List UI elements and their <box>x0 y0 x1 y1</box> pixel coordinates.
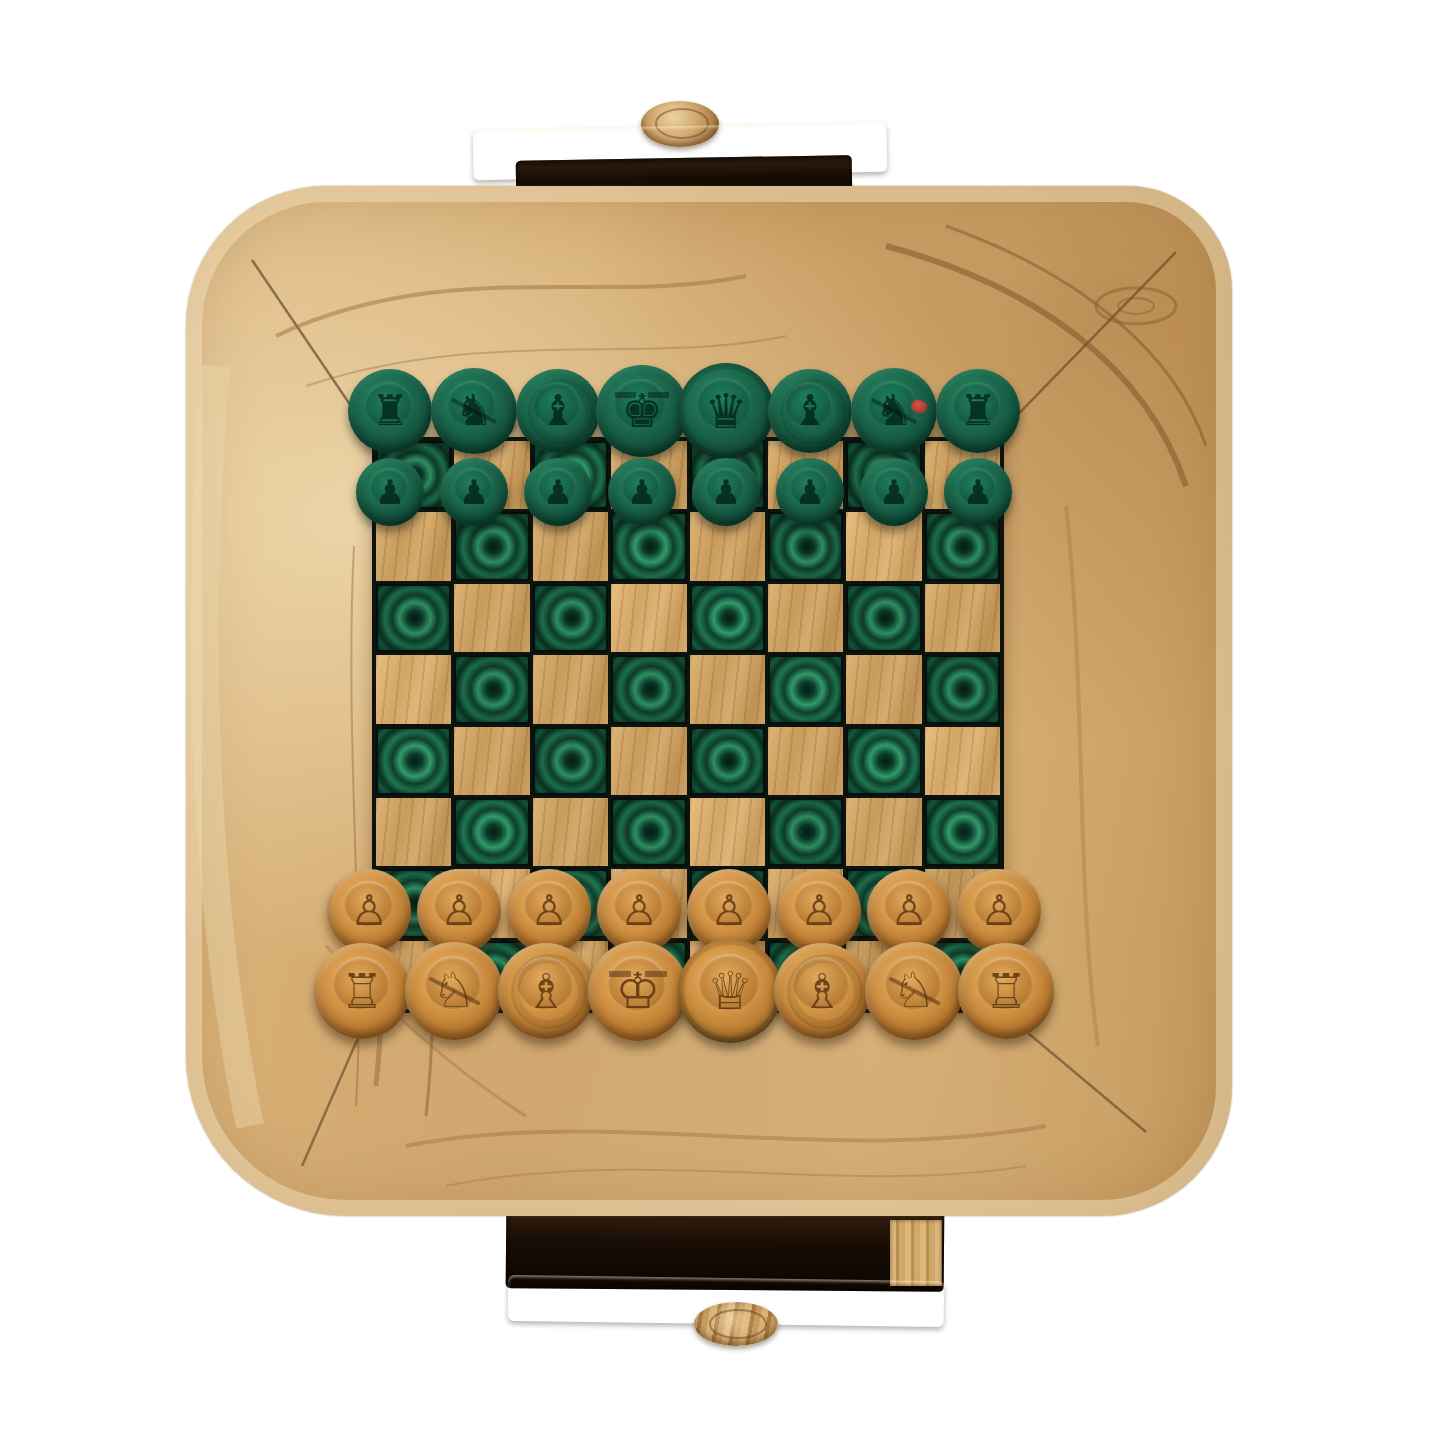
square-f6[interactable] <box>768 584 843 652</box>
pawn-glyph: ♟ <box>543 475 573 509</box>
pawn-glyph: ♟ <box>963 475 993 509</box>
green-queen-e8[interactable]: ♛ <box>678 363 774 459</box>
square-c3[interactable] <box>533 798 608 866</box>
wood-bishop-c1[interactable]: ♗ <box>498 943 594 1039</box>
bishop-glyph: ♗ <box>800 967 843 1015</box>
square-a3[interactable] <box>376 798 451 866</box>
green-pawn-h7[interactable]: ♟ <box>944 458 1012 526</box>
pawn-glyph: ♙ <box>980 890 1018 932</box>
wood-rook-h1[interactable]: ♖ <box>958 943 1054 1039</box>
wood-bishop-f1[interactable]: ♗ <box>774 943 870 1039</box>
pawn-glyph: ♙ <box>800 890 838 932</box>
square-a5[interactable] <box>376 655 451 723</box>
green-pawn-e7[interactable]: ♟ <box>692 458 760 526</box>
green-knight-g8[interactable]: ♞ <box>851 368 937 454</box>
square-g5[interactable] <box>846 655 921 723</box>
table-top: ♜♞♝♚♛♝♞♜♟♟♟♟♟♟♟♟♙♙♙♙♙♙♙♙♖♘♗♔♕♗♘♖ <box>186 186 1232 1216</box>
rook-glyph: ♖ <box>340 967 383 1015</box>
pawn-glyph: ♟ <box>627 475 657 509</box>
green-pawn-b7[interactable]: ♟ <box>440 458 508 526</box>
square-b6[interactable] <box>454 584 529 652</box>
square-f4[interactable] <box>768 727 843 795</box>
green-pawn-f7[interactable]: ♟ <box>776 458 844 526</box>
square-e4[interactable] <box>690 727 765 795</box>
square-d5[interactable] <box>611 655 686 723</box>
bishop-glyph: ♝ <box>539 390 577 432</box>
wood-knight-b1[interactable]: ♘ <box>405 942 503 1040</box>
square-b3[interactable] <box>454 798 529 866</box>
queen-glyph: ♕ <box>707 965 754 1017</box>
pawn-glyph: ♙ <box>440 890 478 932</box>
square-h5[interactable] <box>925 655 1000 723</box>
green-pawn-c7[interactable]: ♟ <box>524 458 592 526</box>
square-a4[interactable] <box>376 727 451 795</box>
pawn-glyph: ♟ <box>459 475 489 509</box>
square-g6[interactable] <box>846 584 921 652</box>
knight-glyph: ♘ <box>432 966 476 1015</box>
square-d3[interactable] <box>611 798 686 866</box>
wood-pawn-h2[interactable]: ♙ <box>957 869 1041 953</box>
square-h3[interactable] <box>925 798 1000 866</box>
square-b5[interactable] <box>454 655 529 723</box>
wood-pawn-a2[interactable]: ♙ <box>327 869 411 953</box>
green-knight-b8[interactable]: ♞ <box>431 368 517 454</box>
photo-canvas: ♜♞♝♚♛♝♞♜♟♟♟♟♟♟♟♟♙♙♙♙♙♙♙♙♖♘♗♔♕♗♘♖ <box>0 0 1445 1445</box>
square-e5[interactable] <box>690 655 765 723</box>
square-d4[interactable] <box>611 727 686 795</box>
bishop-glyph: ♗ <box>524 967 567 1015</box>
green-bishop-c8[interactable]: ♝ <box>516 369 600 453</box>
bottom-drawer-knob[interactable] <box>694 1302 778 1346</box>
queen-glyph: ♛ <box>704 387 747 435</box>
square-g3[interactable] <box>846 798 921 866</box>
square-d6[interactable] <box>611 584 686 652</box>
square-e6[interactable] <box>690 584 765 652</box>
green-pawn-d7[interactable]: ♟ <box>608 458 676 526</box>
square-c6[interactable] <box>533 584 608 652</box>
green-king-d8[interactable]: ♚ <box>596 365 688 457</box>
knight-glyph: ♞ <box>455 389 494 432</box>
square-h4[interactable] <box>925 727 1000 795</box>
wood-pawn-f2[interactable]: ♙ <box>777 869 861 953</box>
king-glyph: ♔ <box>616 966 661 1016</box>
green-rook-h8[interactable]: ♜ <box>936 369 1020 453</box>
pawn-glyph: ♙ <box>620 890 658 932</box>
square-a6[interactable] <box>376 584 451 652</box>
wood-pawn-b2[interactable]: ♙ <box>417 869 501 953</box>
king-glyph: ♚ <box>621 388 662 434</box>
wood-king-d1[interactable]: ♔ <box>588 941 688 1041</box>
wood-pawn-c2[interactable]: ♙ <box>507 869 591 953</box>
knight-glyph: ♘ <box>892 966 936 1015</box>
wood-knight-g1[interactable]: ♘ <box>865 942 963 1040</box>
green-rook-a8[interactable]: ♜ <box>348 369 432 453</box>
square-c5[interactable] <box>533 655 608 723</box>
square-h6[interactable] <box>925 584 1000 652</box>
pawn-glyph: ♟ <box>375 475 405 509</box>
square-e3[interactable] <box>690 798 765 866</box>
wood-pawn-g2[interactable]: ♙ <box>867 869 951 953</box>
pawn-glyph: ♟ <box>795 475 825 509</box>
pawn-glyph: ♟ <box>711 475 741 509</box>
rook-glyph: ♜ <box>371 390 409 432</box>
green-bishop-f8[interactable]: ♝ <box>768 369 852 453</box>
bishop-glyph: ♝ <box>791 390 829 432</box>
square-c4[interactable] <box>533 727 608 795</box>
rook-glyph: ♖ <box>984 967 1027 1015</box>
wood-queen-e1[interactable]: ♕ <box>678 939 782 1043</box>
pawn-glyph: ♟ <box>879 475 909 509</box>
pawn-glyph: ♙ <box>890 890 928 932</box>
green-pawn-g7[interactable]: ♟ <box>860 458 928 526</box>
square-f3[interactable] <box>768 798 843 866</box>
wood-rook-a1[interactable]: ♖ <box>314 943 410 1039</box>
bottom-drawer-side-panel <box>890 1220 942 1286</box>
pawn-glyph: ♙ <box>530 890 568 932</box>
pawn-glyph: ♙ <box>350 890 388 932</box>
square-f5[interactable] <box>768 655 843 723</box>
square-g4[interactable] <box>846 727 921 795</box>
pawn-glyph: ♙ <box>710 890 748 932</box>
rook-glyph: ♜ <box>959 390 997 432</box>
knight-glyph: ♞ <box>875 389 914 432</box>
square-b4[interactable] <box>454 727 529 795</box>
green-pawn-a7[interactable]: ♟ <box>356 458 424 526</box>
